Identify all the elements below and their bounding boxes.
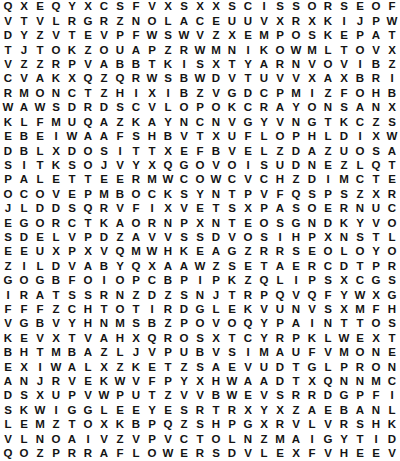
grid-cell: P	[192, 101, 208, 115]
grid-cell: E	[384, 173, 400, 187]
grid-cell: I	[144, 303, 160, 317]
grid-cell: G	[80, 403, 96, 417]
grid-cell: Z	[112, 432, 128, 446]
grid-cell: V	[48, 187, 64, 201]
grid-cell: V	[128, 375, 144, 389]
grid-cell: R	[240, 288, 256, 302]
grid-cell: R	[64, 14, 80, 28]
grid-cell: T	[336, 43, 352, 57]
grid-cell: V	[224, 115, 240, 129]
grid-cell: R	[48, 375, 64, 389]
grid-cell: E	[240, 29, 256, 43]
grid-cell: S	[224, 346, 240, 360]
grid-cell: F	[0, 303, 16, 317]
grid-cell: Q	[80, 72, 96, 86]
grid-cell: X	[16, 0, 32, 14]
grid-cell: G	[304, 115, 320, 129]
grid-cell: L	[160, 101, 176, 115]
grid-cell: L	[48, 231, 64, 245]
grid-cell: G	[304, 360, 320, 374]
grid-cell: U	[224, 130, 240, 144]
grid-cell: W	[384, 14, 400, 28]
grid-cell: I	[384, 72, 400, 86]
grid-cell: D	[176, 303, 192, 317]
grid-cell: F	[32, 115, 48, 129]
grid-cell: C	[64, 86, 80, 100]
grid-cell: F	[16, 303, 32, 317]
grid-cell: Y	[256, 115, 272, 129]
grid-cell: I	[240, 43, 256, 57]
grid-cell: O	[352, 43, 368, 57]
grid-cell: M	[352, 303, 368, 317]
grid-cell: O	[352, 144, 368, 158]
grid-cell: S	[192, 360, 208, 374]
grid-cell: Q	[128, 259, 144, 273]
grid-cell: Z	[32, 29, 48, 43]
grid-cell: M	[336, 173, 352, 187]
grid-cell: X	[48, 144, 64, 158]
grid-cell: S	[320, 274, 336, 288]
grid-cell: V	[272, 115, 288, 129]
grid-cell: H	[80, 303, 96, 317]
grid-cell: L	[16, 115, 32, 129]
grid-cell: I	[352, 58, 368, 72]
grid-cell: E	[160, 403, 176, 417]
grid-cell: M	[368, 375, 384, 389]
grid-cell: A	[0, 375, 16, 389]
grid-cell: B	[128, 58, 144, 72]
grid-cell: L	[208, 303, 224, 317]
grid-cell: B	[48, 274, 64, 288]
grid-cell: S	[176, 0, 192, 14]
grid-cell: S	[272, 0, 288, 14]
grid-cell: C	[176, 173, 192, 187]
grid-cell: N	[384, 360, 400, 374]
grid-cell: Q	[80, 115, 96, 129]
grid-cell: O	[192, 317, 208, 331]
grid-cell: T	[384, 29, 400, 43]
grid-cell: X	[304, 14, 320, 28]
grid-cell: I	[384, 389, 400, 403]
grid-cell: S	[272, 389, 288, 403]
grid-cell: C	[16, 187, 32, 201]
grid-cell: D	[336, 259, 352, 273]
grid-cell: D	[64, 144, 80, 158]
grid-cell: Z	[160, 288, 176, 302]
grid-cell: Z	[160, 43, 176, 57]
grid-cell: Y	[352, 216, 368, 230]
grid-cell: B	[64, 346, 80, 360]
grid-cell: X	[288, 447, 304, 461]
grid-cell: T	[0, 43, 16, 57]
grid-cell: T	[288, 360, 304, 374]
grid-cell: X	[16, 360, 32, 374]
grid-cell: O	[144, 447, 160, 461]
grid-cell: S	[0, 158, 16, 172]
grid-cell: X	[32, 389, 48, 403]
grid-cell: W	[32, 403, 48, 417]
grid-cell: E	[240, 389, 256, 403]
grid-cell: Y	[256, 403, 272, 417]
grid-cell: S	[0, 231, 16, 245]
grid-cell: Y	[64, 317, 80, 331]
grid-cell: W	[64, 130, 80, 144]
grid-cell: T	[32, 43, 48, 57]
grid-cell: B	[160, 130, 176, 144]
grid-cell: G	[80, 14, 96, 28]
grid-cell: N	[176, 115, 192, 129]
grid-cell: A	[32, 72, 48, 86]
grid-cell: M	[256, 346, 272, 360]
grid-cell: V	[64, 375, 80, 389]
grid-cell: N	[320, 317, 336, 331]
grid-cell: W	[160, 447, 176, 461]
grid-cell: N	[352, 375, 368, 389]
grid-cell: L	[320, 360, 336, 374]
grid-cell: A	[272, 259, 288, 273]
grid-cell: K	[16, 403, 32, 417]
grid-cell: G	[240, 418, 256, 432]
grid-cell: R	[304, 389, 320, 403]
grid-cell: F	[128, 202, 144, 216]
grid-cell: S	[224, 259, 240, 273]
grid-cell: R	[256, 101, 272, 115]
grid-cell: Y	[144, 403, 160, 417]
grid-cell: A	[128, 43, 144, 57]
grid-cell: D	[304, 173, 320, 187]
grid-cell: H	[208, 375, 224, 389]
grid-cell: W	[32, 101, 48, 115]
grid-cell: I	[304, 317, 320, 331]
grid-cell: Y	[336, 432, 352, 446]
grid-cell: C	[192, 14, 208, 28]
grid-cell: O	[384, 245, 400, 259]
grid-cell: Z	[176, 360, 192, 374]
grid-cell: D	[48, 202, 64, 216]
grid-cell: O	[208, 101, 224, 115]
grid-cell: D	[96, 231, 112, 245]
grid-cell: D	[208, 72, 224, 86]
grid-cell: R	[16, 288, 32, 302]
grid-cell: I	[272, 231, 288, 245]
grid-cell: O	[112, 274, 128, 288]
grid-cell: Q	[0, 0, 16, 14]
grid-cell: P	[112, 389, 128, 403]
grid-cell: V	[144, 231, 160, 245]
grid-cell: X	[368, 130, 384, 144]
grid-cell: I	[16, 158, 32, 172]
grid-cell: Y	[16, 29, 32, 43]
grid-cell: C	[256, 86, 272, 100]
grid-cell: V	[48, 29, 64, 43]
grid-cell: E	[16, 331, 32, 345]
grid-cell: F	[128, 29, 144, 43]
grid-cell: K	[128, 115, 144, 129]
grid-cell: Y	[256, 331, 272, 345]
grid-cell: A	[160, 259, 176, 273]
grid-cell: D	[48, 259, 64, 273]
grid-cell: Z	[368, 115, 384, 129]
grid-cell: S	[384, 317, 400, 331]
grid-cell: A	[80, 130, 96, 144]
grid-cell: L	[16, 432, 32, 446]
grid-cell: Q	[160, 158, 176, 172]
grid-cell: Z	[48, 303, 64, 317]
grid-cell: D	[208, 231, 224, 245]
grid-cell: V	[256, 14, 272, 28]
grid-cell: T	[64, 173, 80, 187]
grid-cell: T	[224, 187, 240, 201]
grid-cell: W	[288, 43, 304, 57]
grid-cell: H	[272, 173, 288, 187]
grid-cell: R	[320, 0, 336, 14]
grid-cell: L	[256, 447, 272, 461]
grid-cell: T	[368, 231, 384, 245]
grid-cell: Q	[240, 317, 256, 331]
grid-cell: C	[320, 259, 336, 273]
grid-cell: I	[112, 144, 128, 158]
grid-cell: S	[224, 0, 240, 14]
grid-cell: O	[0, 187, 16, 201]
grid-cell: J	[16, 43, 32, 57]
grid-cell: C	[352, 173, 368, 187]
grid-cell: B	[208, 144, 224, 158]
grid-cell: L	[48, 14, 64, 28]
grid-cell: S	[48, 101, 64, 115]
grid-cell: A	[272, 101, 288, 115]
grid-cell: E	[240, 259, 256, 273]
grid-cell: A	[304, 403, 320, 417]
grid-cell: P	[144, 43, 160, 57]
grid-cell: R	[288, 14, 304, 28]
grid-cell: S	[192, 418, 208, 432]
grid-cell: F	[112, 447, 128, 461]
grid-cell: Z	[112, 231, 128, 245]
grid-cell: X	[384, 101, 400, 115]
grid-cell: T	[160, 360, 176, 374]
grid-cell: T	[352, 317, 368, 331]
grid-cell: V	[144, 101, 160, 115]
grid-cell: F	[384, 0, 400, 14]
grid-cell: V	[160, 231, 176, 245]
grid-cell: G	[192, 303, 208, 317]
grid-cell: V	[224, 144, 240, 158]
grid-cell: E	[224, 360, 240, 374]
grid-cell: V	[32, 14, 48, 28]
grid-cell: N	[128, 14, 144, 28]
grid-cell: B	[0, 346, 16, 360]
grid-cell: N	[48, 86, 64, 100]
grid-cell: V	[160, 432, 176, 446]
grid-cell: L	[336, 245, 352, 259]
grid-cell: A	[176, 14, 192, 28]
grid-cell: R	[288, 389, 304, 403]
grid-cell: U	[64, 115, 80, 129]
grid-cell: A	[96, 115, 112, 129]
grid-cell: P	[208, 274, 224, 288]
grid-cell: C	[176, 432, 192, 446]
grid-cell: Z	[160, 317, 176, 331]
grid-cell: N	[368, 346, 384, 360]
grid-cell: R	[96, 288, 112, 302]
grid-cell: B	[16, 130, 32, 144]
grid-cell: X	[144, 158, 160, 172]
grid-cell: T	[320, 115, 336, 129]
grid-cell: M	[304, 43, 320, 57]
grid-cell: W	[336, 331, 352, 345]
grid-cell: J	[0, 202, 16, 216]
grid-cell: T	[224, 288, 240, 302]
grid-cell: I	[80, 432, 96, 446]
grid-cell: R	[272, 58, 288, 72]
grid-cell: O	[80, 144, 96, 158]
grid-cell: E	[80, 29, 96, 43]
grid-cell: R	[384, 259, 400, 273]
grid-cell: C	[240, 331, 256, 345]
grid-cell: I	[128, 86, 144, 100]
grid-cell: S	[352, 418, 368, 432]
grid-cell: Q	[0, 447, 16, 461]
grid-cell: V	[304, 303, 320, 317]
grid-cell: Z	[80, 43, 96, 57]
grid-cell: I	[288, 274, 304, 288]
grid-cell: T	[64, 331, 80, 345]
grid-cell: O	[304, 202, 320, 216]
grid-cell: E	[352, 331, 368, 345]
grid-cell: N	[368, 101, 384, 115]
grid-cell: R	[80, 447, 96, 461]
grid-cell: F	[368, 303, 384, 317]
grid-cell: K	[112, 418, 128, 432]
grid-cell: S	[304, 187, 320, 201]
grid-cell: G	[64, 403, 80, 417]
grid-cell: D	[272, 375, 288, 389]
grid-cell: X	[240, 403, 256, 417]
grid-cell: L	[384, 403, 400, 417]
grid-cell: V	[48, 317, 64, 331]
grid-cell: E	[48, 173, 64, 187]
grid-cell: S	[0, 403, 16, 417]
grid-cell: S	[80, 288, 96, 302]
grid-cell: U	[32, 245, 48, 259]
grid-cell: A	[80, 346, 96, 360]
grid-cell: I	[48, 130, 64, 144]
grid-cell: K	[128, 360, 144, 374]
grid-cell: V	[304, 58, 320, 72]
grid-cell: W	[0, 101, 16, 115]
grid-cell: F	[240, 130, 256, 144]
grid-cell: X	[224, 29, 240, 43]
grid-cell: G	[16, 216, 32, 230]
grid-cell: W	[384, 130, 400, 144]
grid-cell: M	[208, 43, 224, 57]
grid-cell: A	[96, 58, 112, 72]
grid-cell: A	[144, 115, 160, 129]
grid-cell: L	[384, 231, 400, 245]
grid-cell: Z	[176, 418, 192, 432]
grid-cell: B	[32, 317, 48, 331]
grid-cell: X	[256, 418, 272, 432]
grid-cell: S	[112, 101, 128, 115]
grid-cell: K	[304, 331, 320, 345]
grid-cell: X	[336, 274, 352, 288]
grid-cell: M	[96, 187, 112, 201]
grid-cell: K	[384, 418, 400, 432]
grid-cell: P	[128, 274, 144, 288]
grid-cell: F	[368, 389, 384, 403]
grid-cell: N	[352, 202, 368, 216]
grid-cell: K	[0, 331, 16, 345]
grid-cell: O	[176, 331, 192, 345]
grid-cell: L	[304, 418, 320, 432]
grid-cell: A	[208, 245, 224, 259]
grid-cell: O	[224, 317, 240, 331]
grid-cell: N	[336, 231, 352, 245]
grid-cell: V	[368, 216, 384, 230]
grid-cell: Q	[368, 158, 384, 172]
grid-cell: N	[288, 115, 304, 129]
grid-cell: V	[192, 29, 208, 43]
grid-cell: A	[368, 29, 384, 43]
grid-cell: O	[32, 86, 48, 100]
grid-cell: A	[352, 101, 368, 115]
grid-cell: N	[320, 101, 336, 115]
grid-cell: X	[208, 0, 224, 14]
grid-cell: M	[48, 115, 64, 129]
grid-cell: T	[80, 216, 96, 230]
grid-cell: Y	[288, 101, 304, 115]
grid-cell: X	[368, 288, 384, 302]
grid-cell: Y	[240, 58, 256, 72]
grid-cell: L	[320, 331, 336, 345]
grid-cell: G	[336, 389, 352, 403]
grid-cell: R	[272, 245, 288, 259]
grid-cell: S	[128, 130, 144, 144]
grid-cell: P	[272, 317, 288, 331]
grid-cell: U	[224, 14, 240, 28]
grid-cell: V	[208, 158, 224, 172]
grid-cell: M	[288, 86, 304, 100]
grid-cell: R	[368, 72, 384, 86]
grid-cell: A	[272, 346, 288, 360]
grid-cell: X	[272, 403, 288, 417]
grid-cell: B	[192, 346, 208, 360]
grid-cell: H	[336, 447, 352, 461]
grid-cell: C	[352, 115, 368, 129]
grid-cell: P	[224, 418, 240, 432]
grid-cell: D	[336, 130, 352, 144]
grid-cell: P	[304, 274, 320, 288]
grid-cell: F	[192, 144, 208, 158]
grid-cell: O	[192, 173, 208, 187]
grid-cell: V	[176, 202, 192, 216]
grid-cell: W	[112, 375, 128, 389]
grid-cell: S	[160, 72, 176, 86]
grid-cell: D	[320, 216, 336, 230]
grid-cell: R	[48, 216, 64, 230]
grid-cell: T	[16, 14, 32, 28]
grid-cell: Z	[48, 418, 64, 432]
grid-cell: D	[320, 389, 336, 403]
grid-cell: N	[112, 288, 128, 302]
grid-cell: W	[160, 173, 176, 187]
grid-cell: O	[176, 101, 192, 115]
grid-cell: V	[144, 0, 160, 14]
grid-cell: V	[208, 346, 224, 360]
grid-cell: V	[208, 86, 224, 100]
grid-cell: R	[192, 447, 208, 461]
grid-cell: T	[144, 58, 160, 72]
